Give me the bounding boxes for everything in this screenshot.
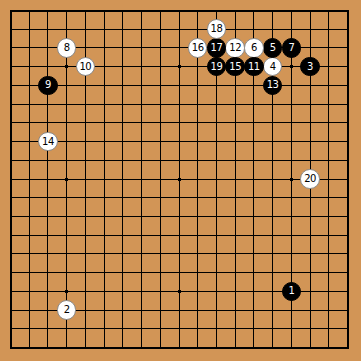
grid-line-horizontal — [11, 197, 348, 198]
stone-6-white: 6 — [244, 38, 264, 58]
stone-7-black: 7 — [282, 38, 302, 58]
move-number-label: 7 — [288, 43, 294, 53]
stone-20-white: 20 — [300, 169, 320, 189]
grid-line-horizontal — [11, 328, 348, 329]
stone-11-black: 11 — [244, 57, 264, 77]
move-number-label: 8 — [64, 43, 70, 53]
stone-5-black: 5 — [263, 38, 283, 58]
move-number-label: 2 — [64, 305, 70, 315]
move-number-label: 12 — [229, 43, 241, 53]
move-number-label: 6 — [251, 43, 257, 53]
move-number-label: 1 — [288, 286, 294, 296]
move-number-label: 16 — [192, 43, 204, 53]
star-point — [290, 178, 293, 181]
move-number-label: 4 — [270, 62, 276, 72]
stone-3-black: 3 — [300, 57, 320, 77]
grid-line-vertical — [197, 11, 198, 348]
star-point — [178, 290, 181, 293]
move-number-label: 10 — [80, 62, 92, 72]
star-point — [290, 65, 293, 68]
move-number-label: 3 — [307, 62, 313, 72]
stone-16-white: 16 — [188, 38, 208, 58]
move-number-label: 11 — [248, 62, 260, 72]
move-number-label: 15 — [229, 62, 241, 72]
grid-line-horizontal — [11, 216, 348, 217]
stone-9-black: 9 — [38, 76, 58, 96]
star-point — [178, 65, 181, 68]
move-number-label: 13 — [267, 80, 279, 90]
move-number-label: 9 — [45, 80, 51, 90]
move-number-label: 5 — [270, 43, 276, 53]
move-number-label: 18 — [211, 24, 223, 34]
star-point — [65, 290, 68, 293]
grid-line-horizontal — [11, 272, 348, 273]
move-number-label: 17 — [211, 43, 223, 53]
stone-14-white: 14 — [38, 132, 58, 152]
stone-8-white: 8 — [57, 38, 77, 58]
stone-17-black: 17 — [207, 38, 227, 58]
star-point — [178, 178, 181, 181]
stone-12-white: 12 — [225, 38, 245, 58]
move-number-label: 19 — [211, 62, 223, 72]
star-point — [65, 65, 68, 68]
grid-line-horizontal — [11, 253, 348, 254]
move-number-label: 14 — [42, 137, 54, 147]
star-point — [65, 178, 68, 181]
grid-line-horizontal — [11, 235, 348, 236]
grid-line-vertical — [328, 11, 329, 348]
stone-1-black: 1 — [282, 282, 302, 302]
go-board[interactable]: 1234567891011121314151617181920 — [0, 0, 361, 361]
move-number-label: 20 — [304, 174, 316, 184]
stone-2-white: 2 — [57, 300, 77, 320]
stone-18-white: 18 — [207, 19, 227, 39]
